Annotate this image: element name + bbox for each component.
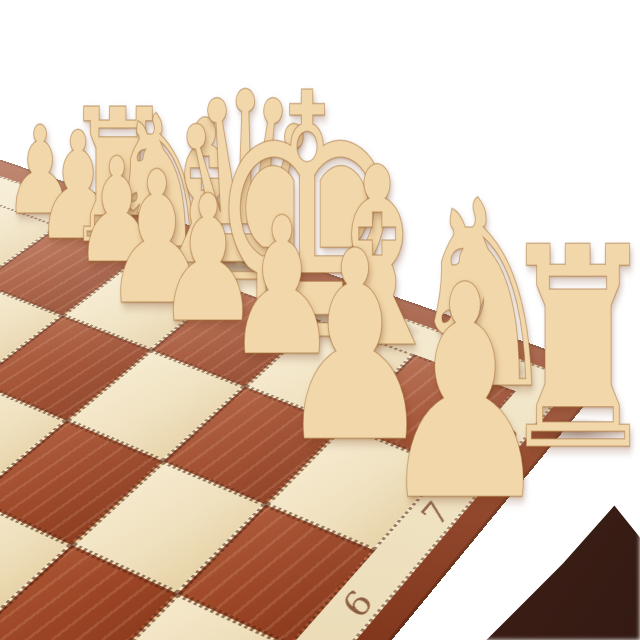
- piece-white-pawn-h7[interactable]: ♟: [378, 247, 553, 542]
- wooden-chess-set-photo: abcdefgh87654321 ♜♞♝♛♚♝♞♜♟♟♟♟♟♟♟♟: [0, 0, 640, 640]
- pieces-layer: ♜♞♝♛♚♝♞♜♟♟♟♟♟♟♟♟: [0, 0, 640, 640]
